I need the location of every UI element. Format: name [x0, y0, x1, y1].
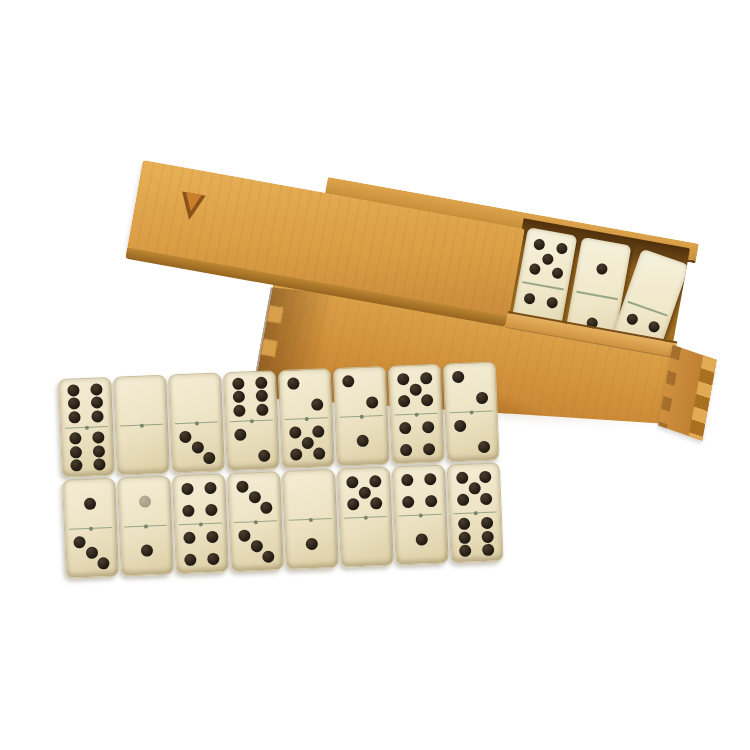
pip — [301, 437, 313, 449]
pip — [83, 498, 95, 510]
pip — [92, 431, 104, 443]
domino-half-top — [389, 365, 442, 416]
pip — [545, 296, 558, 309]
pip — [478, 441, 490, 453]
domino-half-top — [338, 468, 391, 519]
pip — [480, 493, 492, 505]
domino-half-top — [444, 362, 497, 413]
tile-center-dot — [469, 410, 473, 414]
pip — [250, 540, 262, 552]
pip — [370, 497, 382, 509]
tile-center-dot — [253, 520, 257, 524]
pip — [90, 383, 102, 395]
pip — [457, 494, 469, 506]
pip — [422, 421, 434, 433]
domino-half-top — [448, 463, 501, 514]
tile-center-dot — [363, 515, 367, 519]
tile-center-dot — [304, 416, 308, 420]
domino-0-1 — [282, 469, 339, 570]
pip — [420, 372, 432, 384]
pip — [206, 530, 218, 542]
domino-half-bottom — [336, 415, 389, 466]
tile-center-dot — [249, 419, 253, 423]
domino-half-bottom — [171, 422, 224, 473]
pip — [625, 312, 639, 326]
pip — [366, 397, 378, 409]
tile-center-dot — [139, 423, 143, 427]
pip — [233, 391, 245, 403]
pip — [71, 459, 83, 471]
pip — [481, 517, 493, 529]
domino-4-4 — [172, 473, 229, 574]
pip — [256, 403, 268, 415]
domino-half-bottom — [116, 424, 169, 475]
tile-center-dot — [88, 526, 92, 530]
pip — [138, 496, 150, 508]
domino-half-bottom — [281, 418, 334, 469]
pip — [551, 267, 564, 280]
domino-half-top — [118, 477, 171, 528]
pip — [184, 553, 196, 565]
pip — [452, 371, 464, 383]
pip — [67, 384, 79, 396]
domino-half-bottom — [446, 411, 499, 462]
pip — [312, 425, 324, 437]
pip — [258, 449, 270, 461]
domino-0-3 — [168, 372, 225, 473]
pip — [425, 495, 437, 507]
domino-half-bottom — [226, 420, 279, 471]
pip — [523, 292, 536, 305]
tile-center-dot — [359, 414, 363, 418]
pip — [421, 394, 433, 406]
photo-domino-set — [0, 0, 750, 750]
pip — [232, 377, 244, 389]
pip — [236, 481, 248, 493]
domino-2-1 — [333, 366, 390, 467]
pip — [255, 390, 267, 402]
pip — [398, 395, 410, 407]
pip — [454, 419, 466, 431]
pip — [68, 397, 80, 409]
domino-half-bottom — [285, 518, 338, 569]
pip — [287, 377, 299, 389]
domino-5-4 — [388, 364, 445, 465]
pip — [476, 392, 488, 404]
domino-5-6 — [447, 462, 504, 563]
pip — [262, 550, 274, 562]
pip — [255, 376, 267, 388]
domino-half-top — [393, 466, 446, 517]
domino-4-1 — [392, 465, 449, 566]
domino-half-bottom — [395, 514, 448, 565]
pip — [415, 533, 427, 545]
pip — [97, 557, 109, 569]
pip — [183, 531, 195, 543]
domino-half-top — [518, 227, 577, 290]
pip — [528, 263, 541, 276]
pip — [140, 544, 152, 556]
finger-joint — [266, 305, 284, 324]
pip — [481, 530, 493, 542]
domino-half-top — [573, 237, 632, 300]
domino-half-top — [334, 367, 387, 418]
pip — [399, 421, 411, 433]
pip — [459, 531, 471, 543]
pip — [238, 529, 250, 541]
tile-center-dot — [198, 522, 202, 526]
tile-center-dot — [418, 513, 422, 517]
pip — [358, 487, 370, 499]
pip — [542, 252, 555, 265]
pip — [207, 553, 219, 565]
domino-0-0 — [113, 375, 170, 476]
pip — [458, 518, 470, 530]
pip — [92, 445, 104, 457]
pip — [248, 491, 260, 503]
pip — [313, 447, 325, 459]
tile-center-dot — [414, 412, 418, 416]
pip — [424, 473, 436, 485]
pip — [204, 482, 216, 494]
pip — [90, 396, 102, 408]
pip — [596, 262, 609, 275]
lid-thumb-notch-highlight — [183, 192, 202, 213]
pip — [181, 483, 193, 495]
pip — [203, 452, 215, 464]
pip — [69, 411, 81, 423]
domino-half-top — [224, 371, 277, 422]
pip — [532, 238, 545, 251]
domino-2-2 — [443, 361, 500, 462]
pip — [290, 448, 302, 460]
domino-half-top — [114, 376, 167, 427]
pip — [400, 444, 412, 456]
pip — [191, 441, 203, 453]
domino-half-bottom — [391, 413, 444, 464]
pip — [482, 544, 494, 556]
domino-half-bottom — [65, 527, 118, 578]
pip — [456, 472, 468, 484]
pip — [70, 446, 82, 458]
domino-2-5 — [278, 368, 335, 469]
domino-half-top — [63, 479, 116, 530]
pip — [73, 536, 85, 548]
pip — [289, 426, 301, 438]
pip — [423, 443, 435, 455]
tile-center-dot — [194, 421, 198, 425]
pip — [402, 496, 414, 508]
pip — [346, 476, 358, 488]
pip — [647, 320, 661, 334]
pip — [233, 404, 245, 416]
domino-1-1 — [117, 476, 174, 577]
domino-half-top — [283, 470, 336, 521]
tile-center-dot — [143, 524, 147, 528]
domino-6-6 — [58, 377, 115, 478]
pip — [397, 373, 409, 385]
domino-half-bottom — [340, 516, 393, 567]
domino-half-top — [173, 474, 226, 525]
pip — [369, 475, 381, 487]
pip — [260, 502, 272, 514]
domino-half-top — [59, 378, 112, 429]
domino-half-bottom — [230, 521, 283, 572]
domino-5-0 — [337, 467, 394, 568]
domino-half-bottom — [175, 523, 228, 574]
pip — [311, 399, 323, 411]
pip — [479, 471, 491, 483]
pip — [69, 432, 81, 444]
pip — [401, 474, 413, 486]
domino-half-bottom — [450, 512, 503, 563]
domino-half-top — [279, 369, 332, 420]
pip — [234, 428, 246, 440]
domino-layout-grid — [58, 361, 504, 578]
pip — [409, 384, 421, 396]
pip — [347, 498, 359, 510]
pip — [459, 545, 471, 557]
domino-1-3 — [62, 478, 119, 579]
pip — [182, 505, 194, 517]
pip — [85, 546, 97, 558]
domino-half-bottom — [120, 525, 173, 576]
pip — [468, 482, 480, 494]
pip — [205, 504, 217, 516]
tile-center-dot — [473, 511, 477, 515]
pip — [93, 459, 105, 471]
pip — [356, 434, 368, 446]
domino-6-2 — [223, 370, 280, 471]
finger-joint — [260, 338, 278, 357]
domino-half-top — [169, 373, 222, 424]
pip — [179, 430, 191, 442]
pip — [342, 375, 354, 387]
tile-center-dot — [84, 425, 88, 429]
pip — [91, 410, 103, 422]
pip — [305, 537, 317, 549]
domino-3-3 — [227, 471, 284, 572]
tile-center-dot — [308, 517, 312, 521]
pip — [555, 242, 568, 255]
domino-half-top — [228, 472, 281, 523]
domino-half-bottom — [61, 426, 114, 477]
finger-joints-corner — [689, 355, 717, 440]
